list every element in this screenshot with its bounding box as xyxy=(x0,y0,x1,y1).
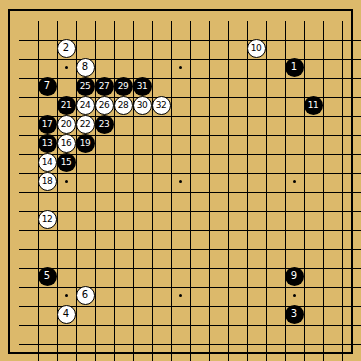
stone-black-1: 1 xyxy=(285,58,304,77)
go-board-diagram: 1234567891011121314151617181920212223242… xyxy=(0,0,361,361)
stone-black-13: 13 xyxy=(38,134,57,153)
stone-black-11: 11 xyxy=(304,96,323,115)
stone-white-8: 8 xyxy=(76,58,95,77)
star-point xyxy=(293,180,296,183)
stone-black-31: 31 xyxy=(133,77,152,96)
stone-white-32: 32 xyxy=(152,96,171,115)
star-point xyxy=(179,294,182,297)
board-intersections: 1234567891011121314151617181920212223242… xyxy=(0,1,361,361)
stone-white-30: 30 xyxy=(133,96,152,115)
stone-white-24: 24 xyxy=(76,96,95,115)
star-point xyxy=(65,294,68,297)
stone-white-28: 28 xyxy=(114,96,133,115)
stone-black-25: 25 xyxy=(76,77,95,96)
star-point xyxy=(293,294,296,297)
stone-black-19: 19 xyxy=(76,134,95,153)
stone-black-27: 27 xyxy=(95,77,114,96)
stone-white-6: 6 xyxy=(76,286,95,305)
stone-black-3: 3 xyxy=(285,305,304,324)
stone-white-22: 22 xyxy=(76,115,95,134)
stone-black-17: 17 xyxy=(38,115,57,134)
stone-white-2: 2 xyxy=(57,39,76,58)
stone-white-4: 4 xyxy=(57,305,76,324)
stone-black-23: 23 xyxy=(95,115,114,134)
stone-black-15: 15 xyxy=(57,153,76,172)
star-point xyxy=(65,180,68,183)
stone-white-14: 14 xyxy=(38,153,57,172)
stone-white-16: 16 xyxy=(57,134,76,153)
stone-black-29: 29 xyxy=(114,77,133,96)
star-point xyxy=(65,66,68,69)
stone-black-21: 21 xyxy=(57,96,76,115)
stone-black-7: 7 xyxy=(38,77,57,96)
stone-white-18: 18 xyxy=(38,172,57,191)
stone-black-5: 5 xyxy=(38,267,57,286)
stone-white-26: 26 xyxy=(95,96,114,115)
star-point xyxy=(179,180,182,183)
stone-black-9: 9 xyxy=(285,267,304,286)
star-point xyxy=(179,66,182,69)
stone-white-12: 12 xyxy=(38,210,57,229)
stone-white-10: 10 xyxy=(247,39,266,58)
stone-white-20: 20 xyxy=(57,115,76,134)
